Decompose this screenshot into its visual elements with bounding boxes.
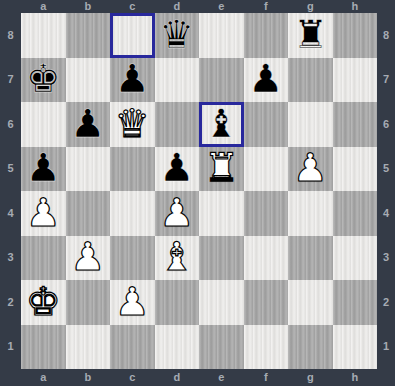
piece-white-pawn-g5[interactable]: ♟ <box>293 148 328 187</box>
square-b3[interactable]: ♟ <box>66 236 111 281</box>
file-label-bottom-b: b <box>66 369 111 386</box>
piece-black-pawn-d5[interactable]: ♟ <box>159 148 194 187</box>
square-f5[interactable] <box>244 147 289 192</box>
rank-label-right-1: 1 <box>377 325 395 370</box>
square-c1[interactable] <box>110 325 155 370</box>
piece-white-bishop-d3[interactable]: ♝ <box>159 237 194 276</box>
square-b8[interactable] <box>66 13 111 58</box>
square-b6[interactable]: ♟ <box>66 102 111 147</box>
square-b7[interactable] <box>66 58 111 103</box>
piece-black-bishop-e6[interactable]: ♝ <box>204 104 239 143</box>
square-e6[interactable]: ♝ <box>199 102 244 147</box>
piece-white-pawn-d4[interactable]: ♟ <box>159 193 194 232</box>
square-a5[interactable]: ♟ <box>21 147 66 192</box>
piece-black-pawn-f7[interactable]: ♟ <box>248 59 283 98</box>
file-label-bottom-d: d <box>155 369 200 386</box>
piece-black-pawn-a5[interactable]: ♟ <box>26 148 61 187</box>
square-h5[interactable] <box>333 147 378 192</box>
piece-white-king-a2[interactable]: ♚ <box>26 282 61 321</box>
square-b2[interactable] <box>66 280 111 325</box>
frame-corner <box>377 0 395 13</box>
piece-white-pawn-b3[interactable]: ♟ <box>70 237 105 276</box>
square-g6[interactable] <box>288 102 333 147</box>
square-g2[interactable] <box>288 280 333 325</box>
file-label-bottom-c: c <box>110 369 155 386</box>
file-label-top-c: c <box>110 0 155 13</box>
rank-label-left-8: 8 <box>0 13 21 58</box>
square-d4[interactable]: ♟ <box>155 191 200 236</box>
square-g5[interactable]: ♟ <box>288 147 333 192</box>
square-f7[interactable]: ♟ <box>244 58 289 103</box>
square-a4[interactable]: ♟ <box>21 191 66 236</box>
rank-label-left-1: 1 <box>0 325 21 370</box>
square-f4[interactable] <box>244 191 289 236</box>
square-a7[interactable]: ♚ <box>21 58 66 103</box>
file-label-bottom-g: g <box>288 369 333 386</box>
square-a2[interactable]: ♚ <box>21 280 66 325</box>
square-g1[interactable] <box>288 325 333 370</box>
square-c4[interactable] <box>110 191 155 236</box>
piece-black-pawn-b6[interactable]: ♟ <box>70 104 105 143</box>
rank-label-left-2: 2 <box>0 280 21 325</box>
square-a8[interactable] <box>21 13 66 58</box>
square-d2[interactable] <box>155 280 200 325</box>
square-d8[interactable]: ♛ <box>155 13 200 58</box>
file-label-top-f: f <box>244 0 289 13</box>
square-h2[interactable] <box>333 280 378 325</box>
square-c5[interactable] <box>110 147 155 192</box>
square-f2[interactable] <box>244 280 289 325</box>
square-a3[interactable] <box>21 236 66 281</box>
square-e4[interactable] <box>199 191 244 236</box>
square-c8[interactable] <box>110 13 155 58</box>
square-f6[interactable] <box>244 102 289 147</box>
square-a1[interactable] <box>21 325 66 370</box>
square-e3[interactable] <box>199 236 244 281</box>
square-f8[interactable] <box>244 13 289 58</box>
frame-corner <box>0 369 21 386</box>
file-label-top-d: d <box>155 0 200 13</box>
rank-label-left-5: 5 <box>0 147 21 192</box>
rank-label-left-3: 3 <box>0 236 21 281</box>
square-h6[interactable] <box>333 102 378 147</box>
square-g4[interactable] <box>288 191 333 236</box>
square-h4[interactable] <box>333 191 378 236</box>
piece-black-king-a7[interactable]: ♚ <box>26 59 61 98</box>
square-b5[interactable] <box>66 147 111 192</box>
square-g8[interactable]: ♜ <box>288 13 333 58</box>
file-label-bottom-f: f <box>244 369 289 386</box>
square-h7[interactable] <box>333 58 378 103</box>
square-c7[interactable]: ♟ <box>110 58 155 103</box>
square-e5[interactable]: ♜ <box>199 147 244 192</box>
square-g3[interactable] <box>288 236 333 281</box>
rank-label-right-7: 7 <box>377 58 395 103</box>
square-d1[interactable] <box>155 325 200 370</box>
piece-black-rook-g8[interactable]: ♜ <box>293 15 328 54</box>
square-d6[interactable] <box>155 102 200 147</box>
square-c3[interactable] <box>110 236 155 281</box>
square-d5[interactable]: ♟ <box>155 147 200 192</box>
rank-label-left-7: 7 <box>0 58 21 103</box>
rank-label-left-6: 6 <box>0 102 21 147</box>
square-e1[interactable] <box>199 325 244 370</box>
square-b4[interactable] <box>66 191 111 236</box>
file-label-bottom-h: h <box>333 369 378 386</box>
square-e2[interactable] <box>199 280 244 325</box>
square-d7[interactable] <box>155 58 200 103</box>
square-h8[interactable] <box>333 13 378 58</box>
file-label-top-e: e <box>199 0 244 13</box>
piece-black-pawn-c7[interactable]: ♟ <box>115 59 150 98</box>
square-h1[interactable] <box>333 325 378 370</box>
frame-corner <box>377 369 395 386</box>
rank-label-right-8: 8 <box>377 13 395 58</box>
piece-white-pawn-c2[interactable]: ♟ <box>115 282 150 321</box>
rank-label-right-2: 2 <box>377 280 395 325</box>
file-label-top-a: a <box>21 0 66 13</box>
square-e8[interactable] <box>199 13 244 58</box>
square-c6[interactable]: ♛ <box>110 102 155 147</box>
square-g7[interactable] <box>288 58 333 103</box>
rank-label-right-5: 5 <box>377 147 395 192</box>
rank-label-right-3: 3 <box>377 236 395 281</box>
piece-white-rook-e5[interactable]: ♜ <box>204 148 239 187</box>
square-f3[interactable] <box>244 236 289 281</box>
rank-label-left-4: 4 <box>0 191 21 236</box>
square-e7[interactable] <box>199 58 244 103</box>
file-label-top-g: g <box>288 0 333 13</box>
piece-black-queen-d8[interactable]: ♛ <box>159 15 194 54</box>
piece-white-pawn-a4[interactable]: ♟ <box>26 193 61 232</box>
square-a6[interactable] <box>21 102 66 147</box>
square-b1[interactable] <box>66 325 111 370</box>
square-h3[interactable] <box>333 236 378 281</box>
chessboard-app: abcdefgh8♛♜87♚♟♟76♟♛♝65♟♟♜♟54♟♟43♟♝32♚♟2… <box>0 0 395 386</box>
rank-label-right-4: 4 <box>377 191 395 236</box>
file-label-bottom-e: e <box>199 369 244 386</box>
file-label-top-b: b <box>66 0 111 13</box>
file-label-bottom-a: a <box>21 369 66 386</box>
square-c2[interactable]: ♟ <box>110 280 155 325</box>
piece-white-queen-c6[interactable]: ♛ <box>115 104 150 143</box>
rank-label-right-6: 6 <box>377 102 395 147</box>
square-f1[interactable] <box>244 325 289 370</box>
file-label-top-h: h <box>333 0 378 13</box>
square-d3[interactable]: ♝ <box>155 236 200 281</box>
frame-corner <box>0 0 21 13</box>
